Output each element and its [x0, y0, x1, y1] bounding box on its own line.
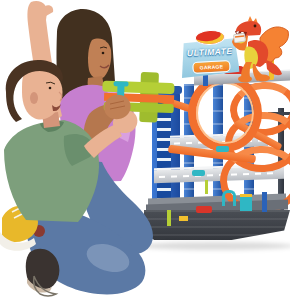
boy-eye	[49, 87, 52, 90]
boy-raised-hand	[45, 5, 53, 16]
boy-shirt	[4, 120, 99, 222]
boy-ear	[30, 92, 38, 104]
children-group	[0, 0, 290, 300]
girl-eye	[102, 52, 105, 55]
